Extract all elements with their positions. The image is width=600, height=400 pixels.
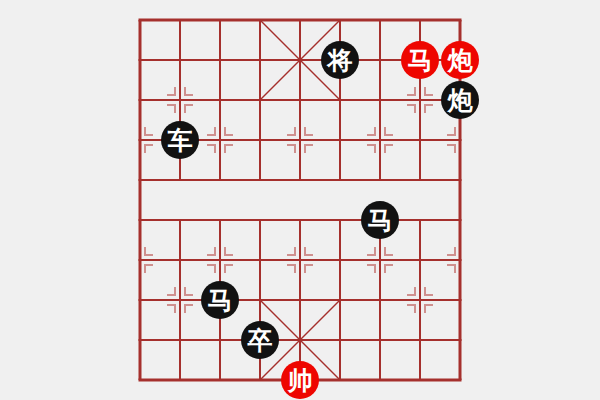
piece-black-horse[interactable]: 马 bbox=[201, 281, 239, 319]
piece-black-general[interactable]: 将 bbox=[321, 41, 359, 79]
xiangqi-board: 将马炮炮车马马卒帅 bbox=[0, 0, 600, 400]
pieces-layer: 将马炮炮车马马卒帅 bbox=[120, 0, 480, 400]
piece-black-chariot[interactable]: 车 bbox=[161, 121, 199, 159]
piece-black-cannon[interactable]: 炮 bbox=[441, 81, 479, 119]
piece-red-horse[interactable]: 马 bbox=[401, 41, 439, 79]
piece-red-general[interactable]: 帅 bbox=[281, 361, 319, 399]
piece-red-cannon[interactable]: 炮 bbox=[441, 41, 479, 79]
piece-black-soldier[interactable]: 卒 bbox=[241, 321, 279, 359]
piece-black-horse[interactable]: 马 bbox=[361, 201, 399, 239]
